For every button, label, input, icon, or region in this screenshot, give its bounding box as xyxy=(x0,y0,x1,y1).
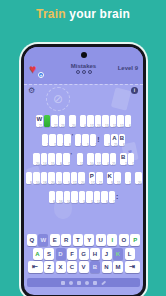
tile-number: 20 xyxy=(51,181,54,185)
mistake-circle xyxy=(88,70,92,74)
letter-tile[interactable]: P17 xyxy=(89,172,96,184)
key-l[interactable]: L xyxy=(125,248,135,260)
puzzle-row: 816107331787: xyxy=(49,191,119,203)
letter-tile[interactable]: 7 xyxy=(63,153,70,165)
tile-number: 18 xyxy=(44,181,47,185)
puzzle-word: 417241311126 xyxy=(80,115,132,127)
puzzle-word: W212223 xyxy=(36,115,65,127)
puzzle-word: 20 xyxy=(135,172,142,184)
tile-number: 3 xyxy=(83,200,85,204)
next-word-key[interactable]: ⇥ xyxy=(125,261,140,273)
tile-number: 8 xyxy=(106,200,108,204)
tile-number: 17 xyxy=(90,124,93,128)
key-h[interactable]: H xyxy=(90,248,100,260)
tile-number: 20 xyxy=(138,181,141,185)
letter-tile[interactable]: 20 xyxy=(33,153,40,165)
tile-number: 20 xyxy=(81,181,84,185)
key-m[interactable]: M xyxy=(113,261,123,273)
puzzle-word: P1721 xyxy=(89,172,103,184)
tile-number: 4 xyxy=(107,162,109,166)
letter-tile[interactable]: 10 xyxy=(56,172,63,184)
letter-tile[interactable]: 18 xyxy=(41,172,48,184)
tile-letter: W xyxy=(36,115,43,123)
letter-tile[interactable]: 13 xyxy=(102,115,109,127)
letter-tile[interactable]: 7 xyxy=(57,134,64,146)
letter-tile[interactable]: 10 xyxy=(64,191,71,203)
tile-number: 12 xyxy=(74,181,77,185)
puzzle-word: 20141587' xyxy=(33,153,73,165)
tile-number: 10 xyxy=(59,181,62,185)
headline-rest: your brain xyxy=(66,7,130,21)
tile-number: 8 xyxy=(53,200,55,204)
tile-number: 7 xyxy=(62,143,64,147)
hud: ♥ + Mistakes Level 9 xyxy=(24,63,143,83)
key-f[interactable]: F xyxy=(67,248,77,260)
letter-tile[interactable]: 16 xyxy=(56,191,63,203)
puzzle-word: 816107331787 xyxy=(49,191,116,203)
tile-number: 3 xyxy=(91,200,93,204)
tile-number: 23 xyxy=(62,124,65,128)
key-g[interactable]: G xyxy=(79,248,89,260)
tile-number: 9 xyxy=(111,181,113,185)
letter-tile[interactable]: 4 xyxy=(80,115,87,127)
letter-tile[interactable]: 7 xyxy=(71,191,78,203)
key-v[interactable]: V xyxy=(79,261,89,273)
letter-tile[interactable]: 17 xyxy=(87,115,94,127)
tile-number: 12 xyxy=(120,124,123,128)
letter-tile[interactable]: 22 xyxy=(51,115,58,127)
key-z[interactable]: Z xyxy=(44,261,54,273)
key-j[interactable]: J xyxy=(102,248,112,260)
tile-number: 24 xyxy=(98,124,101,128)
letter-tile[interactable]: 1 xyxy=(42,134,49,146)
keyboard-row: QWERTYUIOP xyxy=(27,234,141,246)
key-a[interactable]: A xyxy=(33,248,43,260)
letter-tile[interactable]: 20 xyxy=(78,172,85,184)
tile-number: 9 xyxy=(80,143,82,147)
tile-number: 21 xyxy=(39,124,42,128)
puzzle-row: 20141587'111017425B27 xyxy=(33,153,134,165)
tile-number: 5 xyxy=(87,143,89,147)
tile-number: 13 xyxy=(105,124,108,128)
tool-icon[interactable] xyxy=(93,281,97,285)
puzzle-word: 20 xyxy=(69,115,76,127)
mistake-circle xyxy=(82,70,86,74)
key-s[interactable]: S xyxy=(44,248,54,260)
key-n[interactable]: N xyxy=(102,261,112,273)
tile-letter: A xyxy=(111,134,118,142)
letter-tile[interactable]: 10 xyxy=(33,172,40,184)
key-r[interactable]: R xyxy=(61,234,71,246)
tile-number: 10 xyxy=(36,181,39,185)
tile-number: 22 xyxy=(54,124,57,128)
tile-number: 2 xyxy=(125,162,127,166)
tile-letter: B xyxy=(119,134,126,142)
key-p[interactable]: P xyxy=(130,234,140,246)
letter-tile[interactable]: 7 xyxy=(109,191,116,203)
prev-word-key[interactable]: ⇤ xyxy=(28,261,43,273)
tile-number: 14 xyxy=(44,162,47,166)
puzzle-grid: W212223204172413111261778'952!7A25B82014… xyxy=(24,115,143,203)
key-u[interactable]: U xyxy=(96,234,106,246)
letter-tile[interactable]: 20 xyxy=(69,115,76,127)
letter-tile[interactable]: 5 xyxy=(82,134,89,146)
tile-number: 7 xyxy=(68,162,70,166)
letter-tile[interactable]: 17 xyxy=(95,153,102,165)
tool-icon[interactable] xyxy=(77,281,81,285)
info-icon[interactable]: i xyxy=(131,87,138,94)
punctuation: ! xyxy=(97,134,99,146)
letter-tile[interactable]: B8 xyxy=(119,134,126,146)
mistake-circle xyxy=(76,70,80,74)
tile-number: 17 xyxy=(98,162,101,166)
tile-number: 15 xyxy=(117,181,120,185)
tile-number: 11 xyxy=(80,162,83,166)
letter-tile[interactable]: 9 xyxy=(75,134,82,146)
letter-tile[interactable]: 23 xyxy=(59,115,66,127)
tile-number: 5 xyxy=(68,181,70,185)
keyboard: QWERTYUIOPASDFGHJKL⇤ZXCVBNM⇥ xyxy=(24,234,143,273)
tile-number: 21 xyxy=(99,181,102,185)
game-screen: ♥ + Mistakes Level 9 ⚙ i ⊘ ♥ W2122232041… xyxy=(24,47,143,295)
tile-number: 7 xyxy=(108,143,110,147)
letter-tile[interactable]: 1 xyxy=(125,172,132,184)
tile-number: 17 xyxy=(97,200,100,204)
tile-number: 4 xyxy=(84,124,86,128)
letter-tile[interactable]: 20 xyxy=(48,172,55,184)
letter-tile[interactable]: 17 xyxy=(94,191,101,203)
punctuation: : xyxy=(116,191,118,203)
level-badge: Level 9 xyxy=(118,65,138,71)
letter-tile[interactable]: 2 xyxy=(90,134,97,146)
letter-tile[interactable]: 11 xyxy=(77,153,84,165)
letter-tile[interactable]: 12 xyxy=(117,115,124,127)
phone-mockup: ♥ + Mistakes Level 9 ⚙ i ⊘ ♥ W2122232041… xyxy=(21,44,146,296)
hint-toolbar[interactable] xyxy=(27,278,140,287)
key-e[interactable]: E xyxy=(50,234,60,246)
letter-tile[interactable]: 6 xyxy=(125,115,132,127)
letter-tile[interactable]: 4 xyxy=(102,153,109,165)
letter-tile[interactable]: 11 xyxy=(110,115,117,127)
tile-number: 9 xyxy=(30,181,32,185)
puzzle-row: W21222320417241311126 xyxy=(36,115,131,127)
letter-tile[interactable]: 25 xyxy=(110,153,117,165)
tool-icon[interactable] xyxy=(101,280,106,284)
key-b[interactable]: B xyxy=(90,261,100,273)
tile-number: 7 xyxy=(132,162,134,166)
letter-tile[interactable]: 15 xyxy=(114,172,121,184)
letter-tile[interactable]: K9 xyxy=(107,172,114,184)
letter-tile[interactable]: 12 xyxy=(71,172,78,184)
camera-punch-hole xyxy=(81,52,87,58)
headline: Train your brain xyxy=(0,7,166,21)
tile-number: 1 xyxy=(129,181,131,185)
key-t[interactable]: T xyxy=(73,234,83,246)
key-i[interactable]: I xyxy=(107,234,117,246)
tile-number: 8 xyxy=(60,162,62,166)
tool-icon[interactable] xyxy=(61,281,65,285)
letter-tile[interactable]: 5 xyxy=(63,172,70,184)
puzzle-row: 1778'952!7A25B8 xyxy=(42,134,125,146)
ad-stage: Train your brain ♥ + Mistakes Level 9 ⚙ … xyxy=(0,0,166,296)
letter-tile[interactable]: 3 xyxy=(79,191,86,203)
puzzle-word: 7A25B8 xyxy=(104,134,126,146)
tile-number: 17 xyxy=(92,181,95,185)
tile-number: 25 xyxy=(114,143,117,147)
tile-number: 7 xyxy=(54,143,56,147)
tile-number: 20 xyxy=(72,124,75,128)
puzzle-word: 1778'952 xyxy=(42,134,97,146)
letter-tile[interactable]: 24 xyxy=(95,115,102,127)
letter-tile[interactable]: 7 xyxy=(49,134,56,146)
puzzle-word: 1017425 xyxy=(87,153,116,165)
gear-icon[interactable]: ⚙ xyxy=(28,86,35,95)
key-q[interactable]: Q xyxy=(27,234,37,246)
tile-number: 11 xyxy=(113,124,116,128)
tile-number: 10 xyxy=(67,200,70,204)
subhud: ⚙ i xyxy=(24,86,143,96)
puzzle-word: 1 xyxy=(125,172,132,184)
tile-number: 2 xyxy=(95,143,97,147)
punctuation: ' xyxy=(71,153,73,165)
letter-tile[interactable]: W21 xyxy=(36,115,43,127)
letter-tile[interactable]: 20 xyxy=(135,172,142,184)
key-k[interactable]: K xyxy=(113,248,123,260)
key-w[interactable]: W xyxy=(38,234,48,246)
keyboard-row: ASDFGHJKL xyxy=(33,248,135,260)
tile-number: 20 xyxy=(36,162,39,166)
punctuation: ' xyxy=(72,134,74,146)
key-y[interactable]: Y xyxy=(84,234,94,246)
tile-number: 6 xyxy=(129,124,131,128)
active-tile[interactable] xyxy=(44,115,51,127)
tool-icon[interactable] xyxy=(85,281,89,285)
header-band-edge xyxy=(24,84,143,85)
puzzle-word: B27 xyxy=(120,153,134,165)
letter-tile[interactable]: 15 xyxy=(48,153,55,165)
letter-tile[interactable]: 10 xyxy=(87,153,94,165)
tile-number: 25 xyxy=(113,162,116,166)
keyboard-row: ⇤ZXCVBNM⇥ xyxy=(28,261,140,273)
key-c[interactable]: C xyxy=(67,261,77,273)
letter-tile[interactable]: 8 xyxy=(49,191,56,203)
key-d[interactable]: D xyxy=(56,248,66,260)
tile-letter: P xyxy=(89,172,96,180)
tool-icon[interactable] xyxy=(69,281,73,285)
key-x[interactable]: X xyxy=(56,261,66,273)
letter-tile[interactable]: 8 xyxy=(56,153,63,165)
tile-number: 1 xyxy=(47,143,49,147)
letter-tile[interactable]: 8 xyxy=(101,191,108,203)
letter-tile[interactable]: 7 xyxy=(128,153,135,165)
puzzle-word: 91018201051220 xyxy=(26,172,85,184)
puzzle-word: 11 xyxy=(77,153,84,165)
tile-number: 16 xyxy=(59,200,62,204)
puzzle-row: 91018201051220P1721K915120 xyxy=(26,172,142,184)
letter-tile[interactable]: 14 xyxy=(41,153,48,165)
tile-number: 8 xyxy=(69,143,71,147)
tile-number: 10 xyxy=(90,162,93,166)
letter-tile[interactable]: 21 xyxy=(96,172,103,184)
key-o[interactable]: O xyxy=(119,234,129,246)
letter-tile[interactable]: A25 xyxy=(111,134,118,146)
letter-tile[interactable]: 8 xyxy=(64,134,71,146)
tile-number: 8 xyxy=(123,143,125,147)
tile-letter: K xyxy=(107,172,114,180)
tile-number: 7 xyxy=(76,200,78,204)
letter-tile[interactable]: 7 xyxy=(104,134,111,146)
letter-tile[interactable]: 3 xyxy=(86,191,93,203)
puzzle-word: K915 xyxy=(107,172,121,184)
tile-number: 7 xyxy=(113,200,115,204)
headline-accent: Train xyxy=(36,7,66,21)
tile-number: 15 xyxy=(51,162,54,166)
letter-tile[interactable]: B2 xyxy=(120,153,127,165)
tile-letter: B xyxy=(120,153,127,161)
letter-tile[interactable]: 9 xyxy=(26,172,33,184)
